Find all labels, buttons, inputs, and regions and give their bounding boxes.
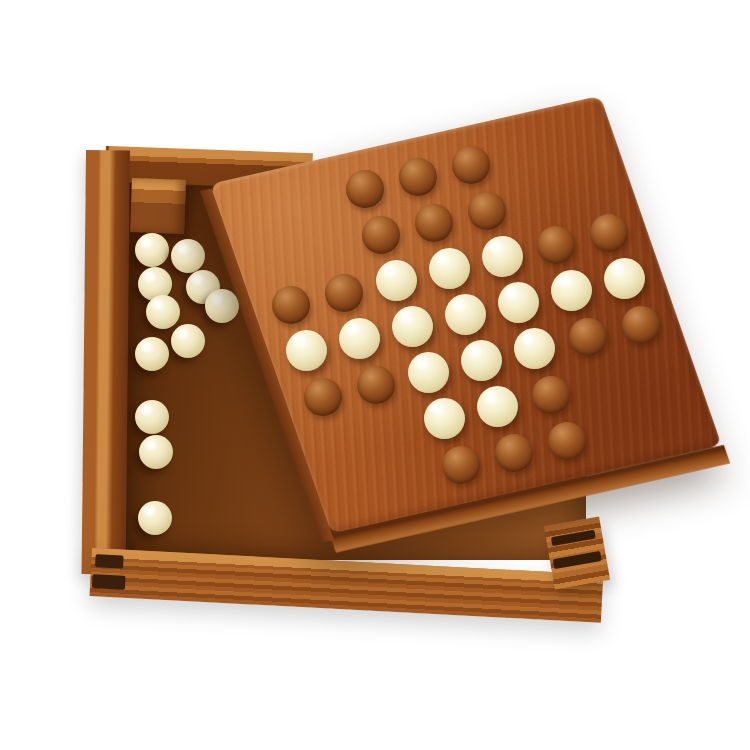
tray-marble[interactable]: [205, 289, 239, 323]
empty-hole[interactable]: [357, 366, 395, 404]
tray-marble[interactable]: [138, 501, 172, 535]
dovetail-joint: [92, 574, 126, 590]
dovetail-joint: [95, 554, 124, 568]
empty-hole[interactable]: [346, 170, 384, 208]
empty-hole[interactable]: [452, 146, 490, 184]
tray-marble[interactable]: [135, 233, 169, 267]
dovetail-joint: [553, 551, 602, 569]
empty-hole[interactable]: [532, 376, 570, 414]
empty-hole[interactable]: [325, 274, 363, 312]
empty-hole[interactable]: [537, 226, 575, 264]
empty-hole[interactable]: [442, 446, 480, 484]
box-right-corner: [544, 517, 610, 590]
empty-hole[interactable]: [495, 434, 533, 472]
tray-marble[interactable]: [171, 324, 205, 358]
empty-hole[interactable]: [362, 216, 400, 254]
tray-marble[interactable]: [135, 400, 169, 434]
tray-marble[interactable]: [146, 295, 180, 329]
tray-marble[interactable]: [139, 435, 173, 469]
dovetail-joint: [551, 530, 596, 547]
box-left-wall: [82, 150, 130, 574]
empty-hole[interactable]: [304, 378, 342, 416]
empty-hole[interactable]: [272, 286, 310, 324]
empty-hole[interactable]: [548, 422, 586, 460]
empty-hole[interactable]: [590, 214, 628, 252]
tray-marble[interactable]: [135, 337, 169, 371]
empty-hole[interactable]: [569, 318, 607, 356]
product-photo-scene: [0, 0, 750, 750]
empty-hole[interactable]: [399, 158, 437, 196]
empty-hole[interactable]: [468, 192, 506, 230]
empty-hole[interactable]: [415, 204, 453, 242]
latch-block: [130, 178, 186, 234]
tray-marble[interactable]: [171, 239, 205, 273]
empty-hole[interactable]: [622, 306, 660, 344]
